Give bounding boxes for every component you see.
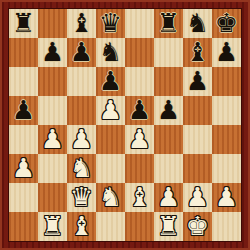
black-knight-piece[interactable]: ♞ bbox=[99, 39, 122, 65]
black-pawn-piece[interactable]: ♟ bbox=[157, 97, 180, 123]
square-a2[interactable] bbox=[9, 183, 38, 212]
square-c3[interactable]: ♞ bbox=[67, 154, 96, 183]
square-b8[interactable] bbox=[38, 9, 67, 38]
square-e4[interactable]: ♟ bbox=[125, 125, 154, 154]
square-a7[interactable] bbox=[9, 38, 38, 67]
square-b2[interactable] bbox=[38, 183, 67, 212]
square-a4[interactable] bbox=[9, 125, 38, 154]
square-c7[interactable]: ♟ bbox=[67, 38, 96, 67]
square-d4[interactable] bbox=[96, 125, 125, 154]
square-f6[interactable] bbox=[154, 67, 183, 96]
white-pawn-piece[interactable]: ♟ bbox=[128, 126, 151, 152]
white-rook-piece[interactable]: ♜ bbox=[41, 213, 64, 239]
square-e5[interactable]: ♟ bbox=[125, 96, 154, 125]
square-d6[interactable]: ♟ bbox=[96, 67, 125, 96]
square-e7[interactable] bbox=[125, 38, 154, 67]
square-a1[interactable] bbox=[9, 212, 38, 241]
square-f5[interactable]: ♟ bbox=[154, 96, 183, 125]
square-d8[interactable]: ♛ bbox=[96, 9, 125, 38]
square-d2[interactable]: ♞ bbox=[96, 183, 125, 212]
square-b1[interactable]: ♜ bbox=[38, 212, 67, 241]
square-a5[interactable]: ♟ bbox=[9, 96, 38, 125]
square-h6[interactable] bbox=[212, 67, 241, 96]
square-h1[interactable] bbox=[212, 212, 241, 241]
black-rook-piece[interactable]: ♜ bbox=[157, 10, 180, 36]
square-f2[interactable]: ♟ bbox=[154, 183, 183, 212]
square-g7[interactable]: ♝ bbox=[183, 38, 212, 67]
black-king-piece[interactable]: ♚ bbox=[215, 10, 238, 36]
square-b7[interactable]: ♟ bbox=[38, 38, 67, 67]
chess-board: ♜♝♛♜♞♚♟♟♞♝♟♟♟♟♟♟♟♟♟♟♟♞♛♞♝♟♟♟♜♝♜♚ bbox=[9, 9, 241, 241]
square-c8[interactable]: ♝ bbox=[67, 9, 96, 38]
black-pawn-piece[interactable]: ♟ bbox=[128, 97, 151, 123]
square-e8[interactable] bbox=[125, 9, 154, 38]
square-g3[interactable] bbox=[183, 154, 212, 183]
square-c1[interactable]: ♝ bbox=[67, 212, 96, 241]
white-rook-piece[interactable]: ♜ bbox=[157, 213, 180, 239]
black-queen-piece[interactable]: ♛ bbox=[99, 10, 122, 36]
square-d7[interactable]: ♞ bbox=[96, 38, 125, 67]
white-queen-piece[interactable]: ♛ bbox=[70, 184, 93, 210]
white-pawn-piece[interactable]: ♟ bbox=[215, 184, 238, 210]
square-c2[interactable]: ♛ bbox=[67, 183, 96, 212]
square-f3[interactable] bbox=[154, 154, 183, 183]
square-b4[interactable]: ♟ bbox=[38, 125, 67, 154]
square-f8[interactable]: ♜ bbox=[154, 9, 183, 38]
black-bishop-piece[interactable]: ♝ bbox=[186, 39, 209, 65]
square-h3[interactable] bbox=[212, 154, 241, 183]
square-h7[interactable]: ♟ bbox=[212, 38, 241, 67]
square-b3[interactable] bbox=[38, 154, 67, 183]
square-a3[interactable]: ♟ bbox=[9, 154, 38, 183]
square-e6[interactable] bbox=[125, 67, 154, 96]
white-bishop-piece[interactable]: ♝ bbox=[70, 213, 93, 239]
black-bishop-piece[interactable]: ♝ bbox=[70, 10, 93, 36]
square-h2[interactable]: ♟ bbox=[212, 183, 241, 212]
square-h4[interactable] bbox=[212, 125, 241, 154]
white-bishop-piece[interactable]: ♝ bbox=[128, 184, 151, 210]
white-pawn-piece[interactable]: ♟ bbox=[186, 184, 209, 210]
square-g6[interactable]: ♟ bbox=[183, 67, 212, 96]
square-f4[interactable] bbox=[154, 125, 183, 154]
black-pawn-piece[interactable]: ♟ bbox=[70, 39, 93, 65]
board-frame: ♜♝♛♜♞♚♟♟♞♝♟♟♟♟♟♟♟♟♟♟♟♞♛♞♝♟♟♟♜♝♜♚ bbox=[0, 0, 250, 250]
square-h5[interactable] bbox=[212, 96, 241, 125]
square-h8[interactable]: ♚ bbox=[212, 9, 241, 38]
white-pawn-piece[interactable]: ♟ bbox=[157, 184, 180, 210]
square-e1[interactable] bbox=[125, 212, 154, 241]
square-g1[interactable]: ♚ bbox=[183, 212, 212, 241]
square-d3[interactable] bbox=[96, 154, 125, 183]
black-pawn-piece[interactable]: ♟ bbox=[186, 68, 209, 94]
square-g2[interactable]: ♟ bbox=[183, 183, 212, 212]
square-e2[interactable]: ♝ bbox=[125, 183, 154, 212]
white-knight-piece[interactable]: ♞ bbox=[99, 184, 122, 210]
square-a6[interactable] bbox=[9, 67, 38, 96]
square-b6[interactable] bbox=[38, 67, 67, 96]
square-f7[interactable] bbox=[154, 38, 183, 67]
white-pawn-piece[interactable]: ♟ bbox=[99, 97, 122, 123]
square-d1[interactable] bbox=[96, 212, 125, 241]
black-pawn-piece[interactable]: ♟ bbox=[12, 97, 35, 123]
black-pawn-piece[interactable]: ♟ bbox=[99, 68, 122, 94]
white-pawn-piece[interactable]: ♟ bbox=[70, 126, 93, 152]
square-e3[interactable] bbox=[125, 154, 154, 183]
square-g8[interactable]: ♞ bbox=[183, 9, 212, 38]
square-c5[interactable] bbox=[67, 96, 96, 125]
square-g4[interactable] bbox=[183, 125, 212, 154]
white-knight-piece[interactable]: ♞ bbox=[70, 155, 93, 181]
black-pawn-piece[interactable]: ♟ bbox=[215, 39, 238, 65]
white-pawn-piece[interactable]: ♟ bbox=[12, 155, 35, 181]
black-knight-piece[interactable]: ♞ bbox=[186, 10, 209, 36]
square-c4[interactable]: ♟ bbox=[67, 125, 96, 154]
square-g5[interactable] bbox=[183, 96, 212, 125]
white-pawn-piece[interactable]: ♟ bbox=[41, 126, 64, 152]
square-a8[interactable]: ♜ bbox=[9, 9, 38, 38]
square-d5[interactable]: ♟ bbox=[96, 96, 125, 125]
square-c6[interactable] bbox=[67, 67, 96, 96]
black-rook-piece[interactable]: ♜ bbox=[12, 10, 35, 36]
square-b5[interactable] bbox=[38, 96, 67, 125]
white-king-piece[interactable]: ♚ bbox=[186, 213, 209, 239]
square-f1[interactable]: ♜ bbox=[154, 212, 183, 241]
black-pawn-piece[interactable]: ♟ bbox=[41, 39, 64, 65]
